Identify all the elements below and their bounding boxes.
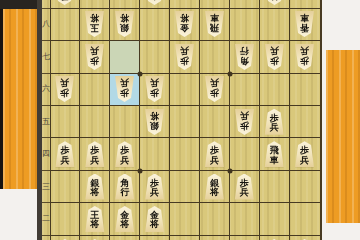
cell-9-7[interactable]: 歩兵 (290, 41, 320, 73)
rank-label-二: 二 (42, 213, 50, 224)
hoshi-dot (227, 168, 232, 173)
cell-3-6[interactable]: 歩兵 (110, 74, 140, 106)
cell-9-1[interactable]: 香車 (290, 236, 320, 240)
piece-gote-pawn[interactable]: 歩兵 (114, 141, 135, 167)
cell-2-4[interactable]: 歩兵 (80, 138, 110, 170)
cell-9-6[interactable] (290, 74, 320, 106)
shogi-app-window: 八七六五四三二 香車金将桂馬玉将銀将金将飛車香車歩兵歩兵角行歩兵歩兵歩兵歩兵歩兵… (0, 0, 360, 240)
cell-6-4[interactable]: 歩兵 (200, 138, 230, 170)
piece-kanji: 兵 (264, 123, 285, 133)
piece-kanji: 兵 (144, 188, 165, 198)
piece-kanji: 銀 (144, 120, 165, 130)
cell-3-7[interactable] (110, 41, 140, 73)
cell-1-2[interactable] (51, 203, 81, 235)
piece-kanji: 兵 (114, 78, 135, 88)
piece-gote-pawn[interactable]: 歩兵 (144, 174, 165, 200)
piece-kanji: 将 (174, 13, 195, 23)
piece-sente-pawn[interactable]: 歩兵 (294, 44, 315, 70)
margin-grid-line (42, 105, 50, 106)
rank-label-八: 八 (42, 18, 50, 29)
rank-label-四: 四 (42, 148, 50, 159)
piece-kanji: 歩 (144, 88, 165, 98)
piece-gote-bishop[interactable]: 角行 (114, 174, 135, 200)
piece-kanji: 香 (294, 23, 315, 33)
piece-kanji: 車 (294, 13, 315, 23)
piece-sente-lance[interactable]: 香車 (54, 0, 75, 5)
piece-kanji: 歩 (84, 55, 105, 65)
piece-kanji: 将 (144, 111, 165, 121)
cell-2-1[interactable]: 桂馬 (80, 236, 110, 240)
piece-gote-silver[interactable]: 銀将 (84, 174, 105, 200)
left-top-dark-strip (0, 0, 37, 9)
cell-6-1[interactable] (200, 236, 230, 240)
cell-5-1[interactable] (170, 236, 200, 240)
piece-kanji: 兵 (54, 156, 75, 166)
piece-kanji: 兵 (204, 78, 225, 88)
margin-grid-line (42, 202, 50, 203)
shogi-board: 八七六五四三二 香車金将桂馬玉将銀将金将飛車香車歩兵歩兵角行歩兵歩兵歩兵歩兵歩兵… (42, 0, 320, 240)
piece-kanji: 歩 (204, 88, 225, 98)
cell-4-5[interactable]: 銀将 (140, 106, 170, 138)
piece-gote-rook[interactable]: 飛車 (264, 141, 285, 167)
piece-gote-pawn[interactable]: 歩兵 (294, 141, 315, 167)
cell-7-7[interactable]: 角行 (230, 41, 260, 73)
piece-kanji: 将 (144, 220, 165, 230)
margin-grid-line (42, 170, 50, 171)
piece-kanji: 兵 (174, 46, 195, 56)
cell-4-7[interactable] (140, 41, 170, 73)
cell-8-2[interactable] (260, 203, 290, 235)
right-wood-panel (326, 50, 360, 223)
piece-kanji: 兵 (294, 156, 315, 166)
cell-6-7[interactable] (200, 41, 230, 73)
piece-sente-pawn[interactable]: 歩兵 (54, 76, 75, 102)
piece-kanji: 将 (204, 188, 225, 198)
cell-2-3[interactable]: 銀将 (80, 171, 110, 203)
cell-7-6[interactable] (230, 74, 260, 106)
cell-3-5[interactable] (110, 106, 140, 138)
cell-9-9[interactable] (290, 0, 320, 9)
cell-6-5[interactable] (200, 106, 230, 138)
piece-sente-king[interactable]: 玉将 (84, 11, 105, 37)
cell-1-1[interactable]: 香車 (51, 236, 81, 240)
cell-2-6[interactable] (80, 74, 110, 106)
cell-8-4[interactable]: 飛車 (260, 138, 290, 170)
piece-kanji: 将 (114, 220, 135, 230)
piece-gote-pawn[interactable]: 歩兵 (234, 174, 255, 200)
cell-1-8[interactable] (51, 9, 81, 41)
piece-kanji: 角 (234, 55, 255, 65)
piece-gote-pawn[interactable]: 歩兵 (264, 109, 285, 135)
cell-2-5[interactable] (80, 106, 110, 138)
piece-kanji: 将 (84, 13, 105, 23)
margin-grid-line (42, 8, 50, 9)
cell-9-2[interactable] (290, 203, 320, 235)
piece-kanji: 金 (174, 23, 195, 33)
cell-1-5[interactable] (51, 106, 81, 138)
cell-3-2[interactable]: 金将 (110, 203, 140, 235)
cell-7-3[interactable]: 歩兵 (230, 171, 260, 203)
cell-4-6[interactable]: 歩兵 (140, 74, 170, 106)
rank-label-五: 五 (42, 116, 50, 127)
piece-gote-pawn[interactable]: 歩兵 (204, 141, 225, 167)
piece-sente-pawn[interactable]: 歩兵 (264, 44, 285, 70)
cell-8-6[interactable] (260, 74, 290, 106)
board-grid[interactable]: 香車金将桂馬玉将銀将金将飛車香車歩兵歩兵角行歩兵歩兵歩兵歩兵歩兵歩兵銀将歩兵歩兵… (50, 0, 322, 240)
cell-1-6[interactable]: 歩兵 (51, 74, 81, 106)
rank-label-三: 三 (42, 181, 50, 192)
piece-gote-silver[interactable]: 銀将 (204, 174, 225, 200)
piece-kanji: 兵 (204, 156, 225, 166)
cell-1-7[interactable] (51, 41, 81, 73)
piece-kanji: 歩 (294, 55, 315, 65)
cell-9-8[interactable]: 香車 (290, 9, 320, 41)
piece-kanji: 行 (234, 46, 255, 56)
piece-kanji: 行 (114, 188, 135, 198)
piece-kanji: 歩 (114, 88, 135, 98)
piece-gote-pawn[interactable]: 歩兵 (84, 141, 105, 167)
cell-2-2[interactable]: 王将 (80, 203, 110, 235)
cell-1-3[interactable] (51, 171, 81, 203)
cell-5-6[interactable] (170, 74, 200, 106)
cell-1-9[interactable]: 香車 (51, 0, 81, 9)
piece-kanji: 兵 (84, 46, 105, 56)
cell-6-2[interactable] (200, 203, 230, 235)
piece-kanji: 兵 (264, 46, 285, 56)
cell-2-7[interactable]: 歩兵 (80, 41, 110, 73)
piece-sente-rook[interactable]: 飛車 (204, 11, 225, 37)
cell-8-9[interactable]: 桂馬 (260, 0, 290, 9)
cell-6-3[interactable]: 銀将 (200, 171, 230, 203)
hoshi-dot (227, 71, 232, 76)
cell-5-7[interactable]: 歩兵 (170, 41, 200, 73)
rank-label-七: 七 (42, 51, 50, 62)
piece-sente-bishop[interactable]: 角行 (234, 44, 255, 70)
cell-5-5[interactable] (170, 106, 200, 138)
cell-3-9[interactable] (110, 0, 140, 9)
margin-grid-line (42, 235, 50, 236)
piece-kanji: 兵 (294, 46, 315, 56)
piece-kanji: 将 (84, 188, 105, 198)
piece-sente-gold[interactable]: 金将 (174, 11, 195, 37)
piece-kanji: 兵 (54, 78, 75, 88)
piece-sente-pawn[interactable]: 歩兵 (114, 76, 135, 102)
cell-3-8[interactable]: 銀将 (110, 9, 140, 41)
cell-3-3[interactable]: 角行 (110, 171, 140, 203)
piece-sente-pawn[interactable]: 歩兵 (84, 44, 105, 70)
cell-9-3[interactable] (290, 171, 320, 203)
margin-grid-line (42, 40, 50, 41)
piece-gote-pawn[interactable]: 歩兵 (54, 141, 75, 167)
piece-kanji: 将 (84, 220, 105, 230)
cell-5-9[interactable] (170, 0, 200, 9)
cell-2-9[interactable] (80, 0, 110, 9)
piece-kanji: 歩 (264, 55, 285, 65)
piece-kanji: 車 (264, 156, 285, 166)
hoshi-dot (138, 168, 143, 173)
cell-3-1[interactable] (110, 236, 140, 240)
piece-gote-gold[interactable]: 金将 (114, 206, 135, 232)
piece-gote-king[interactable]: 王将 (84, 206, 105, 232)
piece-kanji: 兵 (144, 78, 165, 88)
margin-grid-line (42, 73, 50, 74)
piece-kanji: 車 (204, 13, 225, 23)
piece-sente-pawn[interactable]: 歩兵 (174, 44, 195, 70)
piece-sente-silver[interactable]: 銀将 (144, 109, 165, 135)
cell-8-3[interactable] (260, 171, 290, 203)
cell-5-4[interactable] (170, 138, 200, 170)
cell-7-4[interactable] (230, 138, 260, 170)
piece-kanji: 歩 (54, 88, 75, 98)
piece-kanji: 歩 (234, 120, 255, 130)
cell-9-4[interactable]: 歩兵 (290, 138, 320, 170)
cell-7-1[interactable] (230, 236, 260, 240)
left-wood-panel (3, 9, 37, 189)
piece-kanji: 銀 (114, 23, 135, 33)
piece-kanji: 玉 (84, 23, 105, 33)
cell-4-3[interactable]: 歩兵 (140, 171, 170, 203)
piece-sente-pawn[interactable]: 歩兵 (204, 76, 225, 102)
cell-6-6[interactable]: 歩兵 (200, 74, 230, 106)
cell-7-2[interactable] (230, 203, 260, 235)
piece-sente-pawn[interactable]: 歩兵 (144, 76, 165, 102)
cell-4-8[interactable] (140, 9, 170, 41)
piece-sente-silver[interactable]: 銀将 (114, 11, 135, 37)
piece-sente-knight[interactable]: 桂馬 (264, 0, 285, 5)
cell-6-8[interactable]: 飛車 (200, 9, 230, 41)
piece-kanji: 兵 (114, 156, 135, 166)
cell-4-2[interactable]: 金将 (140, 203, 170, 235)
cell-8-8[interactable] (260, 9, 290, 41)
cell-1-4[interactable]: 歩兵 (51, 138, 81, 170)
piece-kanji: 兵 (84, 156, 105, 166)
cell-9-5[interactable] (290, 106, 320, 138)
margin-grid-line (42, 137, 50, 138)
piece-kanji: 将 (114, 13, 135, 23)
piece-sente-pawn[interactable]: 歩兵 (234, 109, 255, 135)
cell-7-9[interactable] (230, 0, 260, 9)
cell-8-7[interactable]: 歩兵 (260, 41, 290, 73)
cell-5-2[interactable] (170, 203, 200, 235)
rank-label-六: 六 (42, 83, 50, 94)
cell-7-5[interactable]: 歩兵 (230, 106, 260, 138)
cell-5-8[interactable]: 金将 (170, 9, 200, 41)
cell-4-1[interactable] (140, 236, 170, 240)
hoshi-dot (138, 71, 143, 76)
cell-5-3[interactable] (170, 171, 200, 203)
cell-3-4[interactable]: 歩兵 (110, 138, 140, 170)
cell-8-5[interactable]: 歩兵 (260, 106, 290, 138)
piece-sente-gold[interactable]: 金将 (144, 0, 165, 5)
piece-kanji: 兵 (234, 188, 255, 198)
cell-4-4[interactable] (140, 138, 170, 170)
cell-8-1[interactable]: 桂馬 (260, 236, 290, 240)
cell-7-8[interactable] (230, 9, 260, 41)
piece-sente-lance[interactable]: 香車 (294, 11, 315, 37)
cell-6-9[interactable] (200, 0, 230, 9)
cell-4-9[interactable]: 金将 (140, 0, 170, 9)
piece-gote-gold[interactable]: 金将 (144, 206, 165, 232)
cell-2-8[interactable]: 玉将 (80, 9, 110, 41)
piece-kanji: 兵 (234, 111, 255, 121)
piece-kanji: 歩 (174, 55, 195, 65)
piece-kanji: 飛 (204, 23, 225, 33)
